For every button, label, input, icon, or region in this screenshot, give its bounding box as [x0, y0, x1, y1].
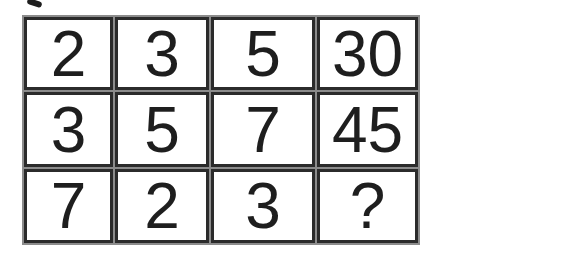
- cell-r2c1: 3: [24, 92, 113, 167]
- cell-r1c4: 30: [317, 17, 418, 90]
- number-grid: 2 3 5 30 3 5 7 45 7 2 3 ?: [22, 15, 420, 245]
- cell-r3c3: 3: [211, 169, 315, 243]
- cell-r1c3: 5: [211, 17, 315, 90]
- grid-row-3: 7 2 3 ?: [24, 169, 418, 243]
- cropped-glyph-fragment: [26, 0, 42, 8]
- puzzle-stage: 2 3 5 30 3 5 7 45 7 2 3 ?: [22, 15, 420, 245]
- cell-r1c1: 2: [24, 17, 113, 90]
- grid-row-1: 2 3 5 30: [24, 17, 418, 90]
- cell-r2c4: 45: [317, 92, 418, 167]
- cell-r2c2: 5: [115, 92, 209, 167]
- cell-r2c3: 7: [211, 92, 315, 167]
- cell-r1c2: 3: [115, 17, 209, 90]
- cell-r3c4-question: ?: [317, 169, 418, 243]
- grid-row-2: 3 5 7 45: [24, 92, 418, 167]
- cell-r3c1: 7: [24, 169, 113, 243]
- cell-r3c2: 2: [115, 169, 209, 243]
